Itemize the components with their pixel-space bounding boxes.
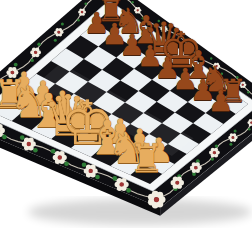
chess-set-photo: ♜♞♝♛♚♝♞♜♟♟♟♟♟♟♟♟♟♟♟♟♟♟♟♟♜♞♝♛♚♝♞♜	[0, 0, 252, 252]
chess-board	[0, 0, 252, 252]
